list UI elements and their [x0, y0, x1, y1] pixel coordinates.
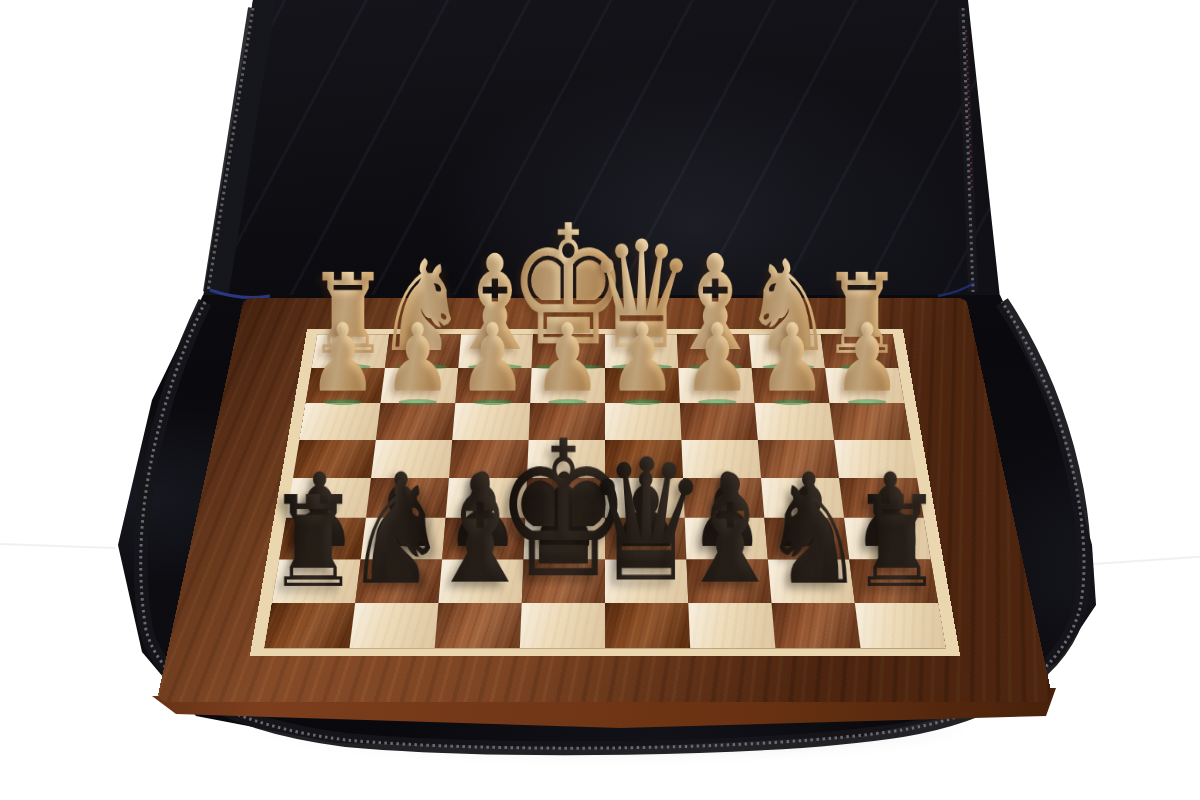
square-g8 — [349, 603, 438, 648]
square-g5 — [366, 478, 449, 518]
square-b5 — [761, 478, 844, 518]
square-b8 — [772, 603, 861, 648]
square-d8 — [605, 603, 690, 648]
square-b1: ♞ — [749, 334, 825, 368]
square-h5 — [286, 478, 371, 518]
square-g3 — [376, 403, 455, 440]
square-f8 — [435, 603, 522, 648]
square-e2: ♟ — [530, 368, 605, 403]
square-g4 — [371, 440, 452, 478]
square-f4 — [449, 440, 529, 478]
square-c4 — [681, 440, 761, 478]
square-e5 — [525, 478, 605, 518]
square-b2: ♟ — [752, 368, 830, 403]
square-h8 — [264, 603, 355, 648]
white-rook: ♜ — [307, 259, 389, 370]
square-c7: ♝ — [686, 559, 771, 602]
square-f6: ♟ — [442, 518, 525, 560]
square-c2: ♟ — [678, 368, 754, 403]
board-squares: ♜♞♝♚♛♝♞♜♟♟♟♟♟♟♟♟♟♟♟♟♟♟♟♟♜♞♝♚♛♝♞♜ — [250, 329, 960, 656]
board-scene: ♜♞♝♚♛♝♞♜♟♟♟♟♟♟♟♟♟♟♟♟♟♟♟♟♜♞♝♚♛♝♞♜ — [0, 0, 1200, 800]
square-d6: ♟ — [605, 518, 686, 560]
square-a7: ♜ — [849, 559, 938, 602]
square-b3 — [755, 403, 834, 440]
square-d3 — [605, 403, 681, 440]
chess-board: ♜♞♝♚♛♝♞♜♟♟♟♟♟♟♟♟♟♟♟♟♟♟♟♟♜♞♝♚♛♝♞♜ — [156, 298, 1053, 703]
square-h2: ♟ — [306, 368, 385, 403]
square-f7: ♝ — [438, 559, 523, 602]
square-b6: ♟ — [764, 518, 849, 560]
square-e7: ♚ — [522, 559, 605, 602]
square-h4 — [293, 440, 376, 478]
square-c3 — [680, 403, 758, 440]
square-g1: ♞ — [385, 334, 461, 368]
square-f3 — [452, 403, 530, 440]
white-knight: ♞ — [375, 244, 468, 370]
white-bishop: ♝ — [667, 238, 764, 370]
square-a8 — [855, 603, 946, 648]
square-a6: ♟ — [844, 518, 931, 560]
square-e3 — [529, 403, 605, 440]
square-d1: ♛ — [605, 334, 678, 368]
white-rook: ♜ — [821, 259, 903, 370]
square-a3 — [830, 403, 911, 440]
square-d7: ♛ — [605, 559, 688, 602]
square-g7: ♞ — [355, 559, 442, 602]
square-c8 — [688, 603, 775, 648]
square-d2: ♟ — [605, 368, 680, 403]
square-e1: ♚ — [532, 334, 605, 368]
square-b4 — [758, 440, 839, 478]
square-a5 — [839, 478, 924, 518]
square-e6: ♟ — [524, 518, 605, 560]
square-c6: ♟ — [685, 518, 768, 560]
square-f1: ♝ — [458, 334, 533, 368]
black-rook: ♜ — [267, 479, 360, 605]
white-knight: ♞ — [742, 244, 835, 370]
square-a4 — [834, 440, 917, 478]
square-d4 — [605, 440, 683, 478]
square-h3 — [299, 403, 380, 440]
square-b7: ♞ — [768, 559, 855, 602]
square-g6: ♟ — [361, 518, 446, 560]
square-f2: ♟ — [455, 368, 531, 403]
square-a1: ♜ — [821, 334, 899, 368]
square-h6: ♟ — [279, 518, 366, 560]
square-h1: ♜ — [312, 334, 390, 368]
square-d5 — [605, 478, 685, 518]
black-rook: ♜ — [850, 479, 943, 605]
square-c1: ♝ — [677, 334, 752, 368]
square-h7: ♜ — [272, 559, 361, 602]
square-f5 — [446, 478, 527, 518]
square-a2: ♟ — [825, 368, 904, 403]
square-e8 — [520, 603, 605, 648]
square-c5 — [683, 478, 764, 518]
white-bishop: ♝ — [446, 238, 543, 370]
square-e4 — [527, 440, 605, 478]
square-g2: ♟ — [380, 368, 458, 403]
